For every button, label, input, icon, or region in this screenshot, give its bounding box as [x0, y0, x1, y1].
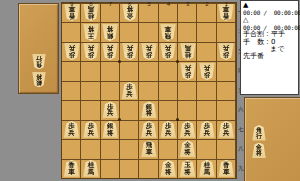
piece-P-sente[interactable]: 歩兵 [199, 121, 215, 138]
square-32[interactable] [178, 22, 197, 41]
piece-kanji: 香 [223, 12, 230, 19]
square-63[interactable]: 歩兵 [120, 42, 139, 61]
piece-P-sente[interactable]: 歩兵 [218, 121, 234, 138]
square-88[interactable] [81, 139, 100, 158]
square-94[interactable] [62, 61, 81, 80]
square-96[interactable] [62, 100, 81, 119]
square-38[interactable]: 金将 [178, 139, 197, 158]
piece-kanji: 兵 [126, 45, 133, 52]
piece-R-gote[interactable]: 飛車 [160, 24, 176, 41]
square-52[interactable] [139, 22, 158, 41]
square-55[interactable] [139, 81, 158, 100]
square-57[interactable]: 歩兵 [139, 120, 158, 139]
square-64[interactable] [120, 61, 139, 80]
square-73[interactable]: 歩兵 [101, 42, 120, 61]
square-83[interactable]: 歩兵 [81, 42, 100, 61]
piece-P-sente[interactable]: 歩兵 [64, 121, 80, 138]
square-35[interactable] [178, 81, 197, 100]
square-79[interactable] [101, 159, 120, 178]
square-74[interactable] [101, 61, 120, 80]
piece-kanji: 兵 [107, 110, 114, 117]
square-44[interactable] [159, 61, 178, 80]
piece-kanji: 車 [68, 169, 75, 176]
piece-kanji: 兵 [146, 45, 153, 52]
shogi-board: 香車桂馬金将香車王将銀将飛車歩兵歩兵歩兵歩兵歩兵歩兵桂馬歩兵歩兵歩兵歩兵歩兵銀将… [61, 2, 237, 179]
square-42[interactable]: 飛車 [159, 22, 178, 41]
file-label-4: 4 [159, 1, 178, 7]
square-48[interactable] [159, 139, 178, 158]
piece-kanji: 車 [223, 169, 230, 176]
square-86[interactable] [81, 100, 100, 119]
piece-P-gote[interactable]: 歩兵 [122, 43, 138, 60]
square-43[interactable]: 歩兵 [159, 42, 178, 61]
square-58[interactable]: 飛車 [139, 139, 158, 158]
piece-kanji: 兵 [184, 130, 191, 137]
sente-captured-stand[interactable]: 角行金将 [244, 97, 300, 181]
square-93[interactable]: 歩兵 [62, 42, 81, 61]
square-37[interactable]: 歩兵 [178, 120, 197, 139]
file-label-8: 8 [81, 1, 100, 7]
square-13[interactable]: 歩兵 [217, 42, 236, 61]
square-34[interactable]: 歩兵 [178, 61, 197, 80]
piece-kanji: 兵 [107, 45, 114, 52]
square-54[interactable] [139, 61, 158, 80]
piece-P-gote[interactable]: 歩兵 [141, 43, 157, 60]
piece-G-sente[interactable]: 金将 [160, 160, 176, 177]
square-65[interactable]: 歩兵 [120, 81, 139, 100]
square-46[interactable] [159, 100, 178, 119]
piece-G-sente[interactable]: 金将 [180, 140, 196, 157]
piece-P-gote[interactable]: 歩兵 [64, 43, 80, 60]
piece-kanji: 将 [36, 73, 42, 79]
square-75[interactable] [101, 81, 120, 100]
file-label-1: 1 [217, 1, 236, 7]
square-17[interactable]: 歩兵 [217, 120, 236, 139]
piece-P-sente[interactable]: 歩兵 [141, 121, 157, 138]
piece-kanji: 馬 [204, 169, 211, 176]
square-89[interactable]: 桂馬 [81, 159, 100, 178]
square-33[interactable]: 桂馬 [178, 42, 197, 61]
square-72[interactable]: 銀将 [101, 22, 120, 41]
piece-S-gote[interactable]: 銀将 [32, 72, 46, 88]
square-49[interactable]: 金将 [159, 159, 178, 178]
piece-kanji: 将 [107, 130, 114, 137]
square-85[interactable] [81, 81, 100, 100]
square-97[interactable]: 歩兵 [62, 120, 81, 139]
square-82[interactable]: 王将 [81, 22, 100, 41]
square-22[interactable] [197, 22, 216, 41]
rank-label-7: 七 [238, 126, 243, 133]
piece-L-sente[interactable]: 香車 [218, 160, 234, 177]
piece-kanji: 兵 [204, 130, 211, 137]
square-29[interactable]: 桂馬 [197, 159, 216, 178]
piece-P-gote[interactable]: 歩兵 [218, 43, 234, 60]
piece-kanji: 車 [146, 149, 153, 156]
piece-kanji: 兵 [68, 45, 75, 52]
square-53[interactable]: 歩兵 [139, 42, 158, 61]
piece-kanji: 将 [184, 149, 191, 156]
piece-kanji: 香 [68, 12, 75, 19]
square-98[interactable] [62, 139, 81, 158]
square-25[interactable] [197, 81, 216, 100]
piece-kanji: 兵 [165, 45, 172, 52]
piece-kanji: 歩 [68, 51, 75, 58]
sente-clock: 00:00 / 00:00:00 [243, 9, 296, 16]
piece-kanji: 将 [88, 25, 95, 32]
piece-kanji: 将 [256, 150, 262, 156]
piece-kanji: 兵 [223, 130, 230, 137]
file-label-5: 5 [139, 1, 158, 7]
square-95[interactable] [62, 81, 81, 100]
square-16[interactable] [217, 100, 236, 119]
piece-kanji: 歩 [165, 51, 172, 58]
square-28[interactable] [197, 139, 216, 158]
square-56[interactable]: 銀将 [139, 100, 158, 119]
square-78[interactable] [101, 139, 120, 158]
square-36[interactable] [178, 100, 197, 119]
file-label-3: 3 [178, 1, 197, 7]
piece-kanji: 兵 [184, 64, 191, 71]
piece-kanji: 歩 [223, 51, 230, 58]
piece-kanji: 将 [184, 169, 191, 176]
square-47[interactable]: 歩兵 [159, 120, 178, 139]
square-66[interactable] [120, 100, 139, 119]
piece-kanji: 兵 [165, 130, 172, 137]
gote-mark: △ [243, 17, 296, 24]
rank-label-6: 六 [238, 106, 243, 113]
piece-P-sente[interactable]: 歩兵 [180, 121, 196, 138]
piece-kanji: 将 [165, 169, 172, 176]
piece-k-gote[interactable]: 王将 [83, 24, 99, 41]
piece-kanji: 桂 [184, 51, 191, 58]
piece-kanji: 歩 [88, 51, 95, 58]
sente-mark: ▲ [243, 2, 296, 9]
square-39[interactable]: 玉将 [178, 159, 197, 178]
piece-kanji: 歩 [107, 51, 114, 58]
square-18[interactable] [217, 139, 236, 158]
square-76[interactable]: 歩兵 [101, 100, 120, 119]
square-27[interactable]: 歩兵 [197, 120, 216, 139]
square-67[interactable] [120, 120, 139, 139]
piece-kanji: 車 [165, 25, 172, 32]
square-24[interactable]: 歩兵 [197, 61, 216, 80]
square-62[interactable] [120, 22, 139, 41]
square-59[interactable] [139, 159, 158, 178]
piece-P-gote[interactable]: 歩兵 [102, 43, 118, 60]
piece-kanji: 兵 [146, 130, 153, 137]
piece-kanji: 兵 [88, 45, 95, 52]
gote-captured-stand[interactable]: 角行銀将 [18, 3, 59, 94]
piece-kanji: 兵 [204, 64, 211, 71]
piece-kanji: 将 [146, 110, 153, 117]
piece-kanji: 行 [256, 133, 262, 139]
square-92[interactable] [62, 22, 81, 41]
piece-P-gote[interactable]: 歩兵 [83, 43, 99, 60]
piece-L-sente[interactable]: 香車 [64, 160, 80, 177]
piece-kanji: 金 [126, 12, 133, 19]
file-label-6: 6 [120, 1, 139, 7]
piece-kanji: 歩 [126, 51, 133, 58]
piece-S-sente[interactable]: 銀将 [141, 101, 157, 118]
piece-R-sente[interactable]: 飛車 [141, 140, 157, 157]
piece-N-sente[interactable]: 桂馬 [83, 160, 99, 177]
piece-P-gote[interactable]: 歩兵 [180, 63, 196, 80]
piece-kanji: 兵 [68, 130, 75, 137]
square-77[interactable]: 銀将 [101, 120, 120, 139]
piece-P-sente[interactable]: 歩兵 [122, 82, 138, 99]
square-19[interactable]: 香車 [217, 159, 236, 178]
square-69[interactable] [120, 159, 139, 178]
square-87[interactable]: 歩兵 [81, 120, 100, 139]
turn-indicator: 先手番 [243, 53, 296, 60]
piece-kanji: 兵 [88, 130, 95, 137]
file-label-9: 9 [62, 1, 81, 7]
piece-P-sente[interactable]: 歩兵 [83, 121, 99, 138]
piece-P-gote[interactable]: 歩兵 [199, 63, 215, 80]
piece-N-sente[interactable]: 桂馬 [199, 160, 215, 177]
square-12[interactable] [217, 22, 236, 41]
piece-kanji: 兵 [223, 45, 230, 52]
square-23[interactable] [197, 42, 216, 61]
rank-label-8: 八 [238, 145, 243, 152]
piece-S-sente[interactable]: 銀将 [102, 121, 118, 138]
square-26[interactable] [197, 100, 216, 119]
piece-B-gote[interactable]: 角行 [32, 54, 46, 70]
file-label-2: 2 [197, 1, 216, 7]
file-label-7: 7 [101, 1, 120, 7]
rank-label-9: 九 [238, 165, 243, 172]
game-info-panel: ▲ 00:00 / 00:00:00 △ 00:00 / 00:00:00 手合… [240, 0, 299, 95]
piece-K-sente[interactable]: 玉将 [180, 160, 196, 177]
square-84[interactable] [81, 61, 100, 80]
piece-S-gote[interactable]: 銀将 [102, 24, 118, 41]
piece-P-gote[interactable]: 歩兵 [160, 43, 176, 60]
piece-P-sente[interactable]: 歩兵 [102, 101, 118, 118]
square-15[interactable] [217, 81, 236, 100]
piece-kanji: 将 [107, 25, 114, 32]
piece-kanji: 行 [36, 56, 42, 62]
piece-kanji: 兵 [126, 91, 133, 98]
piece-B-sente[interactable]: 角行 [252, 125, 266, 141]
square-14[interactable] [217, 61, 236, 80]
piece-G-sente[interactable]: 金将 [252, 143, 266, 159]
piece-kanji: 歩 [146, 51, 153, 58]
piece-N-gote[interactable]: 桂馬 [180, 43, 196, 60]
square-68[interactable] [120, 139, 139, 158]
piece-kanji: 角 [36, 62, 42, 68]
piece-kanji: 馬 [184, 45, 191, 52]
square-99[interactable]: 香車 [62, 159, 81, 178]
piece-P-sente[interactable]: 歩兵 [160, 121, 176, 138]
square-45[interactable] [159, 81, 178, 100]
piece-kanji: 馬 [88, 169, 95, 176]
piece-kanji: 桂 [88, 12, 95, 19]
